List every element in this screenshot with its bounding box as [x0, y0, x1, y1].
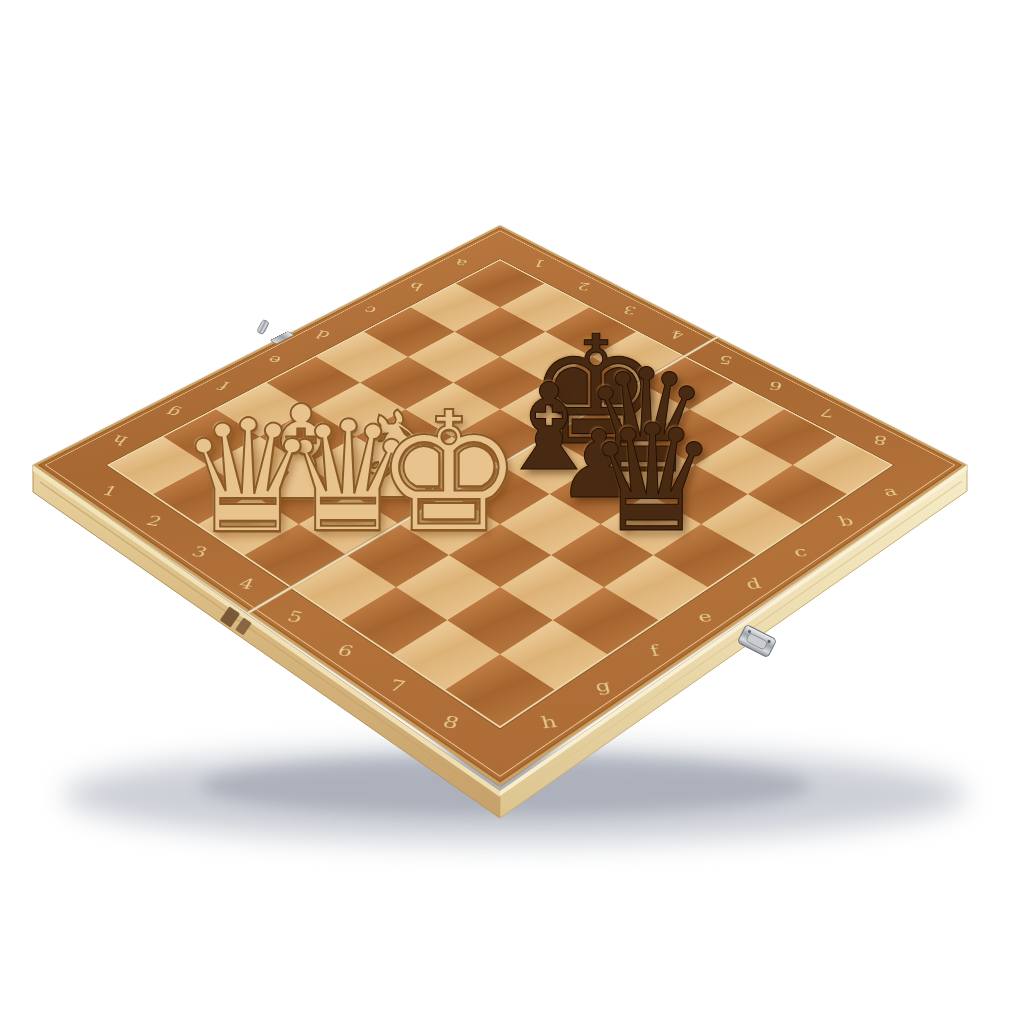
black-queen-d7: ♛: [586, 405, 719, 553]
rank-label-near-8: 8: [440, 712, 462, 732]
file-label-near-h: h: [539, 712, 559, 732]
rank-label-far-6: 6: [767, 378, 784, 392]
rank-label-near-1: 1: [99, 483, 121, 499]
white-king-f5: ♚: [375, 390, 524, 556]
rank-label-far-8: 8: [872, 432, 889, 447]
file-label-near-b: b: [836, 513, 856, 529]
file-label-far-a: a: [452, 257, 470, 270]
rank-label-far-7: 7: [818, 405, 835, 420]
file-label-near-d: d: [744, 575, 764, 592]
file-label-far-c: c: [361, 303, 379, 316]
file-label-near-f: f: [648, 642, 662, 660]
file-label-far-e: e: [265, 353, 285, 367]
rank-label-far-5: 5: [717, 353, 734, 367]
file-label-near-c: c: [791, 544, 810, 561]
rank-label-far-2: 2: [575, 280, 592, 293]
clasp-catch-plate: [269, 331, 294, 344]
rank-label-far-1: 1: [530, 257, 547, 269]
file-label-near-g: g: [593, 676, 613, 695]
file-label-near-a: a: [881, 483, 900, 499]
rank-label-near-4: 4: [235, 575, 257, 593]
file-label-far-b: b: [407, 280, 426, 293]
file-label-far-d: d: [313, 328, 333, 342]
file-label-near-e: e: [696, 608, 715, 626]
rank-label-near-6: 6: [334, 641, 356, 660]
product-photo-page: aa11bb22cc33dd44ee55ff66gg77hh88 ♛♝♞♛♚♝♚…: [0, 0, 1024, 1024]
rank-label-near-5: 5: [284, 607, 306, 625]
white-queen-h3: ♛: [178, 399, 318, 555]
rank-label-near-2: 2: [143, 513, 165, 530]
file-label-far-h: h: [109, 432, 132, 448]
rank-label-near-7: 7: [386, 676, 408, 696]
